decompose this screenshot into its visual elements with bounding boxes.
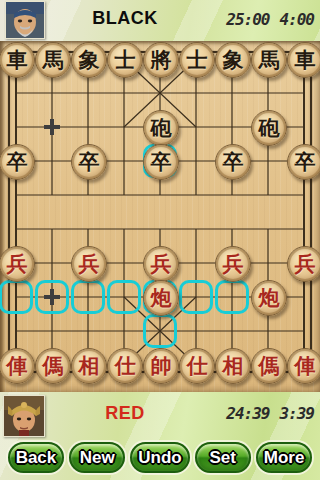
back-button[interactable]: Back	[8, 442, 65, 473]
piece-black-advisor[interactable]: 士	[107, 42, 143, 78]
black-player-name: BLACK	[60, 8, 190, 29]
piece-black-soldier[interactable]: 卒	[287, 144, 320, 180]
piece-black-cannon[interactable]: 砲	[143, 110, 179, 146]
piece-black-elephant[interactable]: 象	[71, 42, 107, 78]
piece-red-soldier[interactable]: 兵	[0, 246, 35, 282]
piece-black-soldier[interactable]: 卒	[0, 144, 35, 180]
black-time-main: 25:00	[226, 10, 269, 29]
piece-black-soldier[interactable]: 卒	[71, 144, 107, 180]
piece-black-advisor[interactable]: 士	[179, 42, 215, 78]
piece-red-elephant[interactable]: 相	[215, 348, 251, 384]
more-button[interactable]: More	[256, 442, 313, 473]
black-player-bar: BLACK 25:004:00	[0, 0, 320, 41]
black-time-move: 4:00	[279, 10, 314, 29]
piece-black-cannon[interactable]: 砲	[251, 110, 287, 146]
piece-red-advisor[interactable]: 仕	[107, 348, 143, 384]
last-move-from-marker	[44, 119, 60, 135]
highlight-move[interactable]	[0, 280, 33, 314]
new-button[interactable]: New	[69, 442, 125, 473]
highlight-move[interactable]	[215, 280, 249, 314]
piece-red-soldier[interactable]: 兵	[71, 246, 107, 282]
piece-red-chariot[interactable]: 俥	[0, 348, 35, 384]
red-time-main: 24:39	[226, 404, 269, 423]
xiangqi-app-screen: BLACK 25:004:00	[0, 0, 320, 480]
last-move-from-marker	[44, 289, 60, 305]
undo-button[interactable]: Undo	[130, 442, 189, 473]
red-player-name: RED	[60, 403, 190, 424]
piece-red-cannon[interactable]: 炮	[251, 280, 287, 316]
red-clock: 24:393:39	[226, 404, 314, 423]
piece-black-general[interactable]: 將	[143, 42, 179, 78]
highlight-move[interactable]	[107, 280, 141, 314]
piece-red-soldier[interactable]: 兵	[287, 246, 320, 282]
piece-red-horse[interactable]: 傌	[35, 348, 71, 384]
piece-red-elephant[interactable]: 相	[71, 348, 107, 384]
piece-black-soldier[interactable]: 卒	[143, 144, 179, 180]
piece-red-soldier[interactable]: 兵	[143, 246, 179, 282]
piece-red-horse[interactable]: 傌	[251, 348, 287, 384]
toolbar: Back New Undo Set More	[0, 442, 320, 473]
red-player-bar: RED 24:393:39	[0, 392, 320, 441]
red-time-move: 3:39	[279, 404, 314, 423]
piece-black-chariot[interactable]: 車	[287, 42, 320, 78]
red-player-avatar[interactable]	[3, 395, 45, 437]
black-clock: 25:004:00	[226, 10, 314, 29]
highlight-move[interactable]	[179, 280, 213, 314]
piece-black-chariot[interactable]: 車	[0, 42, 35, 78]
piece-red-soldier[interactable]: 兵	[215, 246, 251, 282]
highlight-move[interactable]	[143, 314, 177, 348]
piece-black-elephant[interactable]: 象	[215, 42, 251, 78]
piece-red-chariot[interactable]: 俥	[287, 348, 320, 384]
set-button[interactable]: Set	[195, 442, 251, 473]
piece-red-advisor[interactable]: 仕	[179, 348, 215, 384]
piece-black-soldier[interactable]: 卒	[215, 144, 251, 180]
piece-red-general[interactable]: 帥	[143, 348, 179, 384]
piece-black-horse[interactable]: 馬	[251, 42, 287, 78]
black-player-avatar[interactable]	[5, 1, 45, 39]
board[interactable]: 車馬象士將士象馬車砲砲卒卒卒卒卒兵兵兵兵兵炮炮俥傌相仕帥仕相傌俥	[0, 41, 320, 392]
piece-red-cannon[interactable]: 炮	[143, 280, 179, 316]
piece-black-horse[interactable]: 馬	[35, 42, 71, 78]
highlight-move[interactable]	[71, 280, 105, 314]
